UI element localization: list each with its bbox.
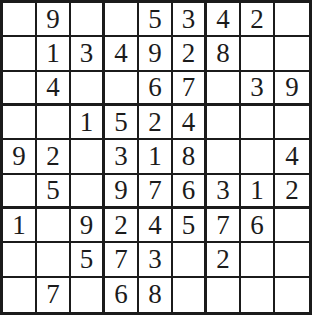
sudoku-cell-r1c5: 5 (139, 3, 173, 37)
sudoku-cell-r1c9[interactable] (275, 3, 309, 37)
sudoku-cell-r7c5: 4 (139, 209, 173, 243)
sudoku-cell-r6c1[interactable] (3, 175, 37, 209)
sudoku-cell-r7c2[interactable] (37, 209, 71, 243)
sudoku-cell-r4c4: 5 (105, 106, 139, 140)
sudoku-cell-r6c5: 7 (139, 175, 173, 209)
sudoku-cell-r5c5: 1 (139, 140, 173, 174)
sudoku-board: 9534213492846739152492318459763121924576… (0, 0, 312, 315)
sudoku-cell-r7c4: 2 (105, 209, 139, 243)
sudoku-cell-r9c4: 6 (105, 278, 139, 312)
sudoku-cell-r9c1[interactable] (3, 278, 37, 312)
sudoku-cell-r4c2[interactable] (37, 106, 71, 140)
sudoku-cell-r6c8: 1 (241, 175, 275, 209)
sudoku-cell-r7c1: 1 (3, 209, 37, 243)
sudoku-cell-r5c7[interactable] (207, 140, 241, 174)
sudoku-cell-r3c5: 6 (139, 72, 173, 106)
sudoku-cell-r2c4: 4 (105, 37, 139, 71)
sudoku-cell-r6c9: 2 (275, 175, 309, 209)
sudoku-cell-r5c6: 8 (173, 140, 207, 174)
sudoku-cell-r8c7: 2 (207, 243, 241, 277)
sudoku-cell-r2c5: 9 (139, 37, 173, 71)
sudoku-cell-r2c2: 1 (37, 37, 71, 71)
sudoku-cell-r5c1: 9 (3, 140, 37, 174)
sudoku-cell-r1c6: 3 (173, 3, 207, 37)
sudoku-cell-r8c3: 5 (71, 243, 105, 277)
sudoku-cell-r8c2[interactable] (37, 243, 71, 277)
sudoku-cell-r5c4: 3 (105, 140, 139, 174)
sudoku-cell-r9c3[interactable] (71, 278, 105, 312)
sudoku-cell-r8c5: 3 (139, 243, 173, 277)
sudoku-cell-r9c8[interactable] (241, 278, 275, 312)
sudoku-cell-r3c6: 7 (173, 72, 207, 106)
sudoku-cell-r8c6[interactable] (173, 243, 207, 277)
sudoku-cell-r8c9[interactable] (275, 243, 309, 277)
sudoku-cell-r5c8[interactable] (241, 140, 275, 174)
sudoku-cell-r7c8: 6 (241, 209, 275, 243)
sudoku-cell-r6c6: 6 (173, 175, 207, 209)
sudoku-cell-r8c4: 7 (105, 243, 139, 277)
sudoku-cell-r4c9[interactable] (275, 106, 309, 140)
sudoku-cell-r1c1[interactable] (3, 3, 37, 37)
sudoku-cell-r7c7: 7 (207, 209, 241, 243)
sudoku-cell-r2c9[interactable] (275, 37, 309, 71)
sudoku-cell-r3c2: 4 (37, 72, 71, 106)
sudoku-cell-r4c7[interactable] (207, 106, 241, 140)
sudoku-cell-r3c7[interactable] (207, 72, 241, 106)
sudoku-cell-r7c6: 5 (173, 209, 207, 243)
sudoku-cell-r6c3[interactable] (71, 175, 105, 209)
sudoku-cell-r7c9[interactable] (275, 209, 309, 243)
sudoku-cell-r5c9: 4 (275, 140, 309, 174)
sudoku-cell-r3c3[interactable] (71, 72, 105, 106)
sudoku-cell-r9c2: 7 (37, 278, 71, 312)
sudoku-cell-r3c8: 3 (241, 72, 275, 106)
sudoku-cell-r2c8[interactable] (241, 37, 275, 71)
sudoku-cell-r6c7: 3 (207, 175, 241, 209)
sudoku-cell-r3c1[interactable] (3, 72, 37, 106)
sudoku-cell-r4c6: 4 (173, 106, 207, 140)
sudoku-cell-r8c1[interactable] (3, 243, 37, 277)
sudoku-cell-r2c7: 8 (207, 37, 241, 71)
sudoku-cell-r1c3[interactable] (71, 3, 105, 37)
sudoku-cell-r5c2: 2 (37, 140, 71, 174)
sudoku-cell-r4c5: 2 (139, 106, 173, 140)
sudoku-cell-r2c1[interactable] (3, 37, 37, 71)
sudoku-cell-r9c9[interactable] (275, 278, 309, 312)
sudoku-cell-r3c4[interactable] (105, 72, 139, 106)
sudoku-cell-r8c8[interactable] (241, 243, 275, 277)
sudoku-cell-r2c3: 3 (71, 37, 105, 71)
sudoku-cell-r9c5: 8 (139, 278, 173, 312)
sudoku-cell-r1c7: 4 (207, 3, 241, 37)
sudoku-cell-r6c4: 9 (105, 175, 139, 209)
sudoku-cell-r4c3: 1 (71, 106, 105, 140)
sudoku-cell-r6c2: 5 (37, 175, 71, 209)
sudoku-cell-r1c4[interactable] (105, 3, 139, 37)
sudoku-cell-r9c7[interactable] (207, 278, 241, 312)
sudoku-cell-r1c8: 2 (241, 3, 275, 37)
sudoku-cell-r2c6: 2 (173, 37, 207, 71)
sudoku-cell-r4c1[interactable] (3, 106, 37, 140)
sudoku-cell-r5c3[interactable] (71, 140, 105, 174)
sudoku-cell-r9c6[interactable] (173, 278, 207, 312)
sudoku-cell-r7c3: 9 (71, 209, 105, 243)
sudoku-cell-r1c2: 9 (37, 3, 71, 37)
sudoku-cell-r4c8[interactable] (241, 106, 275, 140)
sudoku-cell-r3c9: 9 (275, 72, 309, 106)
